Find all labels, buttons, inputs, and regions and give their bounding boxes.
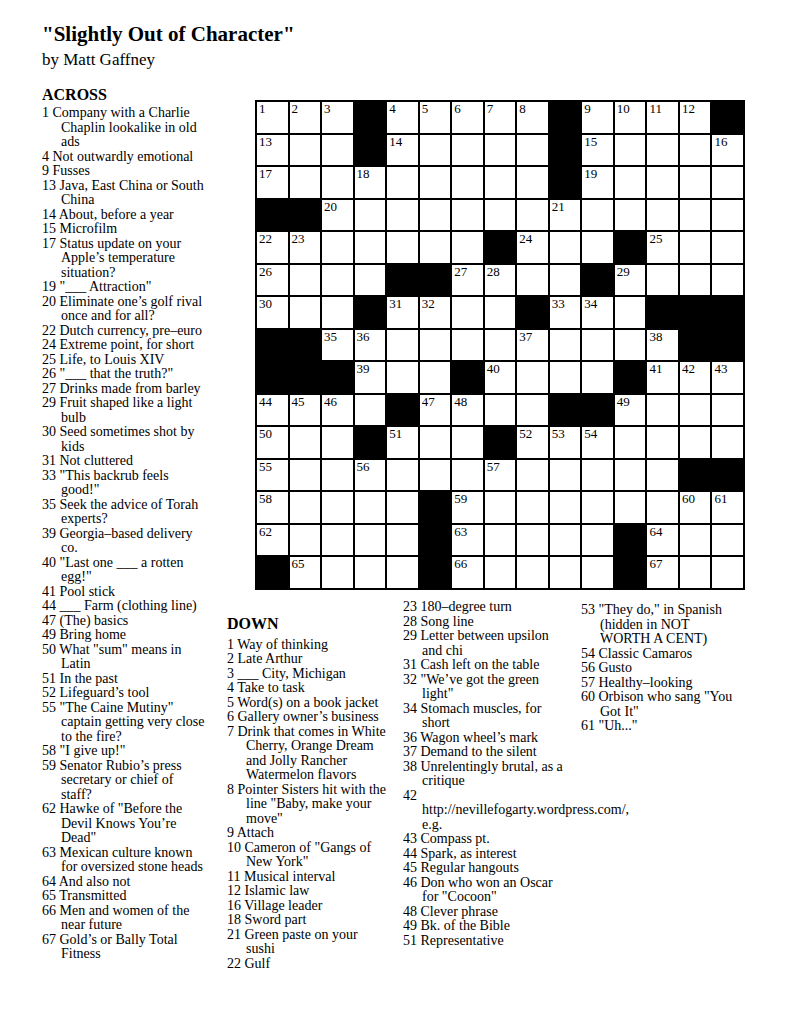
black-square-r8c14 (679, 329, 712, 362)
grid-cell-r7c3[interactable] (321, 296, 354, 329)
grid-cell-r15c9[interactable] (516, 556, 549, 589)
grid-cell-r2c15[interactable]: 16 (711, 134, 744, 167)
grid-cell-r5c4[interactable] (354, 231, 387, 264)
down-clue-col-1: 1 Way of thinking2 Late Arthur3 ___ City… (227, 638, 388, 972)
cell-number-25: 25 (649, 232, 662, 246)
grid-cell-r2c12[interactable] (614, 134, 647, 167)
grid-cell-r2c11[interactable]: 15 (581, 134, 614, 167)
grid-cell-r14c5[interactable] (386, 524, 419, 557)
across-clue-62: 62 Hawke of "Before the Devil Knows You’… (42, 802, 206, 846)
grid-cell-r8c5[interactable] (386, 329, 419, 362)
grid-cell-r3c8[interactable] (484, 166, 517, 199)
grid-cell-r5c11[interactable] (581, 231, 614, 264)
grid-cell-r15c10[interactable] (549, 556, 582, 589)
grid-cell-r3c13[interactable] (646, 166, 679, 199)
black-square-r3c10 (549, 166, 582, 199)
grid-cell-r6c3[interactable] (321, 264, 354, 297)
grid-cell-r8c9[interactable]: 37 (516, 329, 549, 362)
grid-cell-r12c2[interactable] (289, 459, 322, 492)
grid-cell-r6c7[interactable]: 27 (451, 264, 484, 297)
down-clue-45: 45 Regular hangouts (403, 861, 565, 876)
grid-cell-r13c5[interactable] (386, 491, 419, 524)
across-clue-4: 4 Not outwardly emotional (42, 150, 206, 165)
grid-cell-r15c3[interactable] (321, 556, 354, 589)
black-square-r6c11 (581, 264, 614, 297)
cell-number-35: 35 (324, 330, 337, 344)
down-clue-7: 7 Drink that comes in White Cherry, Oran… (227, 725, 388, 783)
grid-cell-r14c14[interactable] (679, 524, 712, 557)
grid-cell-r13c10[interactable] (549, 491, 582, 524)
grid-cell-r4c8[interactable] (484, 199, 517, 232)
grid-cell-r8c8[interactable] (484, 329, 517, 362)
puzzle-byline: by Matt Gaffney (42, 50, 155, 70)
black-square-r9c1 (256, 361, 289, 394)
grid-cell-r14c2[interactable] (289, 524, 322, 557)
cell-number-20: 20 (324, 200, 337, 214)
black-square-r12c14 (679, 459, 712, 492)
down-clue-11: 11 Musical interval (227, 870, 388, 885)
grid-cell-r12c13[interactable] (646, 459, 679, 492)
grid-cell-r12c9[interactable] (516, 459, 549, 492)
grid-cell-r14c3[interactable] (321, 524, 354, 557)
cell-number-24: 24 (519, 232, 532, 246)
grid-cell-r4c3[interactable]: 20 (321, 199, 354, 232)
down-clue-61: 61 "Uh..." (581, 719, 735, 734)
grid-cell-r10c3[interactable]: 46 (321, 394, 354, 427)
grid-cell-r3c9[interactable] (516, 166, 549, 199)
cell-number-64: 64 (649, 525, 662, 539)
grid-cell-r14c8[interactable] (484, 524, 517, 557)
grid-cell-r12c4[interactable]: 56 (354, 459, 387, 492)
grid-cell-r6c15[interactable] (711, 264, 744, 297)
grid-cell-r1c7[interactable]: 6 (451, 101, 484, 134)
black-square-r14c6 (419, 524, 452, 557)
grid-cell-r1c2[interactable]: 2 (289, 101, 322, 134)
grid-cell-r7c10[interactable]: 33 (549, 296, 582, 329)
black-square-r10c10 (549, 394, 582, 427)
grid-cell-r4c9[interactable] (516, 199, 549, 232)
cell-number-46: 46 (324, 395, 337, 409)
cell-number-40: 40 (487, 362, 500, 376)
grid-cell-r2c13[interactable] (646, 134, 679, 167)
grid-cell-r12c6[interactable] (419, 459, 452, 492)
cell-number-63: 63 (454, 525, 467, 539)
black-square-r7c14 (679, 296, 712, 329)
down-clue-6: 6 Gallery owner’s business (227, 710, 388, 725)
cell-number-58: 58 (259, 492, 272, 506)
grid-cell-r5c6[interactable] (419, 231, 452, 264)
grid-cell-r1c13[interactable]: 11 (646, 101, 679, 134)
cell-number-8: 8 (519, 102, 526, 116)
grid-cell-r6c8[interactable]: 28 (484, 264, 517, 297)
grid-cell-r3c6[interactable] (419, 166, 452, 199)
grid-cell-r2c5[interactable]: 14 (386, 134, 419, 167)
grid-cell-r2c14[interactable] (679, 134, 712, 167)
grid-cell-r10c14[interactable] (679, 394, 712, 427)
grid-cell-r2c9[interactable] (516, 134, 549, 167)
crossword-grid: 1234567891011121314151617181920212223242… (255, 100, 745, 590)
black-square-r11c4 (354, 426, 387, 459)
across-clue-20: 20 Eliminate one’s golf rival once and f… (42, 295, 206, 324)
cell-number-27: 27 (454, 265, 467, 279)
grid-cell-r1c11[interactable]: 9 (581, 101, 614, 134)
grid-cell-r2c7[interactable] (451, 134, 484, 167)
grid-cell-r15c2[interactable]: 65 (289, 556, 322, 589)
grid-cell-r8c4[interactable]: 36 (354, 329, 387, 362)
cell-number-57: 57 (487, 460, 500, 474)
grid-cell-r7c7[interactable] (451, 296, 484, 329)
cell-number-3: 3 (324, 102, 331, 116)
down-clue-22: 22 Gulf (227, 957, 388, 972)
cell-number-6: 6 (454, 102, 461, 116)
cell-number-18: 18 (357, 167, 370, 181)
grid-cell-r10c4[interactable] (354, 394, 387, 427)
grid-cell-r9c4[interactable]: 39 (354, 361, 387, 394)
grid-cell-r11c5[interactable]: 51 (386, 426, 419, 459)
grid-cell-r4c13[interactable] (646, 199, 679, 232)
grid-cell-r5c9[interactable]: 24 (516, 231, 549, 264)
grid-cell-r3c7[interactable] (451, 166, 484, 199)
across-clue-30: 30 Seed sometimes shot by kids (42, 425, 206, 454)
grid-cell-r2c6[interactable] (419, 134, 452, 167)
grid-cell-r8c11[interactable] (581, 329, 614, 362)
grid-cell-r1c8[interactable]: 7 (484, 101, 517, 134)
grid-cell-r12c3[interactable] (321, 459, 354, 492)
cell-number-9: 9 (584, 102, 591, 116)
black-square-r15c12 (614, 556, 647, 589)
down-clue-28: 28 Song line (403, 615, 565, 630)
grid-cell-r5c1[interactable]: 22 (256, 231, 289, 264)
grid-cell-r4c7[interactable] (451, 199, 484, 232)
cell-number-66: 66 (454, 557, 467, 571)
black-square-r8c1 (256, 329, 289, 362)
grid-cell-r11c1[interactable]: 50 (256, 426, 289, 459)
grid-cell-r10c12[interactable]: 49 (614, 394, 647, 427)
grid-cell-r5c13[interactable]: 25 (646, 231, 679, 264)
cell-number-7: 7 (487, 102, 494, 116)
cell-number-36: 36 (357, 330, 370, 344)
black-square-r1c15 (711, 101, 744, 134)
black-square-r7c13 (646, 296, 679, 329)
grid-cell-r5c14[interactable] (679, 231, 712, 264)
grid-cell-r6c12[interactable]: 29 (614, 264, 647, 297)
black-square-r4c2 (289, 199, 322, 232)
down-clue-2: 2 Late Arthur (227, 652, 388, 667)
grid-cell-r13c3[interactable] (321, 491, 354, 524)
grid-cell-r1c3[interactable]: 3 (321, 101, 354, 134)
grid-cell-r11c9[interactable]: 52 (516, 426, 549, 459)
cell-number-2: 2 (292, 102, 299, 116)
grid-cell-r9c8[interactable]: 40 (484, 361, 517, 394)
grid-cell-r7c5[interactable]: 31 (386, 296, 419, 329)
grid-cell-r1c1[interactable]: 1 (256, 101, 289, 134)
down-clue-49: 49 Bk. of the Bible (403, 919, 565, 934)
cell-number-50: 50 (259, 427, 272, 441)
grid-cell-r14c13[interactable]: 64 (646, 524, 679, 557)
black-square-r8c15 (711, 329, 744, 362)
black-square-r2c4 (354, 134, 387, 167)
grid-cell-r7c1[interactable]: 30 (256, 296, 289, 329)
black-square-r12c15 (711, 459, 744, 492)
cell-number-62: 62 (259, 525, 272, 539)
grid-cell-r1c5[interactable]: 4 (386, 101, 419, 134)
grid-cell-r14c9[interactable] (516, 524, 549, 557)
across-clue-list: 1 Company with a Charlie Chaplin lookali… (42, 106, 206, 962)
down-clue-9: 9 Attach (227, 826, 388, 841)
black-square-r6c5 (386, 264, 419, 297)
grid-cell-r3c5[interactable] (386, 166, 419, 199)
grid-cell-r11c6[interactable] (419, 426, 452, 459)
across-clue-1: 1 Company with a Charlie Chaplin lookali… (42, 106, 206, 150)
grid-cell-r5c2[interactable]: 23 (289, 231, 322, 264)
down-clue-col-3: 53 "They do," in Spanish (hidden in NOT … (581, 603, 735, 734)
down-clue-col-2: 23 180–degree turn28 Song line29 Letter … (403, 600, 565, 948)
cell-number-31: 31 (389, 297, 402, 311)
grid-cell-r3c4[interactable]: 18 (354, 166, 387, 199)
cell-number-34: 34 (584, 297, 597, 311)
down-clue-18: 18 Sword part (227, 913, 388, 928)
grid-cell-r8c12[interactable] (614, 329, 647, 362)
grid-cell-r3c2[interactable] (289, 166, 322, 199)
grid-cell-r13c7[interactable]: 59 (451, 491, 484, 524)
grid-cell-r7c8[interactable] (484, 296, 517, 329)
grid-cell-r7c6[interactable]: 32 (419, 296, 452, 329)
black-square-r9c3 (321, 361, 354, 394)
grid-cell-r14c1[interactable]: 62 (256, 524, 289, 557)
grid-cell-r7c2[interactable] (289, 296, 322, 329)
across-clue-13: 13 Java, East China or South China (42, 179, 206, 208)
cell-number-17: 17 (259, 167, 272, 181)
grid-cell-r4c10[interactable]: 21 (549, 199, 582, 232)
grid-cell-r10c7[interactable]: 48 (451, 394, 484, 427)
cell-number-33: 33 (552, 297, 565, 311)
grid-cell-r4c5[interactable] (386, 199, 419, 232)
grid-cell-r2c2[interactable] (289, 134, 322, 167)
grid-cell-r2c1[interactable]: 13 (256, 134, 289, 167)
grid-cell-r11c10[interactable]: 53 (549, 426, 582, 459)
grid-cell-r11c13[interactable] (646, 426, 679, 459)
grid-cell-r5c3[interactable] (321, 231, 354, 264)
grid-cell-r12c8[interactable]: 57 (484, 459, 517, 492)
across-clue-39: 39 Georgia–based delivery co. (42, 527, 206, 556)
across-clue-9: 9 Fusses (42, 164, 206, 179)
grid-cell-r5c10[interactable] (549, 231, 582, 264)
grid-cell-r11c15[interactable] (711, 426, 744, 459)
cell-number-42: 42 (682, 362, 695, 376)
grid-cell-r10c8[interactable] (484, 394, 517, 427)
grid-cell-r5c7[interactable] (451, 231, 484, 264)
down-header: DOWN (227, 617, 388, 632)
grid-cell-r6c2[interactable] (289, 264, 322, 297)
grid-cell-r7c11[interactable]: 34 (581, 296, 614, 329)
grid-cell-r10c13[interactable] (646, 394, 679, 427)
cell-number-61: 61 (714, 492, 727, 506)
grid-cell-r1c14[interactable]: 12 (679, 101, 712, 134)
grid-cell-r9c11[interactable] (581, 361, 614, 394)
grid-cell-r15c14[interactable] (679, 556, 712, 589)
black-square-r1c10 (549, 101, 582, 134)
black-square-r5c8 (484, 231, 517, 264)
grid-cell-r6c13[interactable] (646, 264, 679, 297)
grid-cell-r1c6[interactable]: 5 (419, 101, 452, 134)
across-clue-31: 31 Not cluttered (42, 454, 206, 469)
grid-cell-r11c2[interactable] (289, 426, 322, 459)
across-clue-49: 49 Bring home (42, 628, 206, 643)
grid-cell-r12c7[interactable] (451, 459, 484, 492)
grid-cell-r13c14[interactable]: 60 (679, 491, 712, 524)
grid-cell-r3c1[interactable]: 17 (256, 166, 289, 199)
grid-cell-r12c11[interactable] (581, 459, 614, 492)
across-clue-58: 58 "I give up!" (42, 744, 206, 759)
grid-cell-r14c4[interactable] (354, 524, 387, 557)
grid-cell-r5c5[interactable] (386, 231, 419, 264)
grid-cell-r11c14[interactable] (679, 426, 712, 459)
across-clue-15: 15 Microfilm (42, 222, 206, 237)
grid-cell-r8c3[interactable]: 35 (321, 329, 354, 362)
grid-cell-r10c1[interactable]: 44 (256, 394, 289, 427)
down-clue-4: 4 Take to task (227, 681, 388, 696)
grid-cell-r12c5[interactable] (386, 459, 419, 492)
grid-cell-r3c15[interactable] (711, 166, 744, 199)
grid-cell-r13c8[interactable] (484, 491, 517, 524)
grid-cell-r12c12[interactable] (614, 459, 647, 492)
cell-number-10: 10 (617, 102, 630, 116)
grid-cell-r10c9[interactable] (516, 394, 549, 427)
grid-cell-r6c4[interactable] (354, 264, 387, 297)
grid-cell-r12c10[interactable] (549, 459, 582, 492)
down-clue-34: 34 Stomach muscles, for short (403, 702, 565, 731)
cell-number-65: 65 (292, 557, 305, 571)
grid-cell-r13c2[interactable] (289, 491, 322, 524)
black-square-r2c10 (549, 134, 582, 167)
grid-cell-r3c14[interactable] (679, 166, 712, 199)
down-clue-1: 1 Way of thinking (227, 638, 388, 653)
down-clue-53: 53 "They do," in Spanish (hidden in NOT … (581, 603, 735, 647)
grid-cell-r9c15[interactable]: 43 (711, 361, 744, 394)
cell-number-22: 22 (259, 232, 272, 246)
grid-cell-r15c4[interactable] (354, 556, 387, 589)
grid-cell-r13c13[interactable] (646, 491, 679, 524)
grid-cell-r5c15[interactable] (711, 231, 744, 264)
grid-cell-r9c9[interactable] (516, 361, 549, 394)
grid-cell-r4c6[interactable] (419, 199, 452, 232)
black-square-r15c6 (419, 556, 452, 589)
grid-cell-r15c7[interactable]: 66 (451, 556, 484, 589)
cell-number-60: 60 (682, 492, 695, 506)
down-clue-37: 37 Demand to the silent (403, 745, 565, 760)
cell-number-45: 45 (292, 395, 305, 409)
grid-cell-r12c1[interactable]: 55 (256, 459, 289, 492)
grid-cell-r14c7[interactable]: 63 (451, 524, 484, 557)
across-clue-44: 44 ___ Farm (clothing line) (42, 599, 206, 614)
grid-cell-r1c12[interactable]: 10 (614, 101, 647, 134)
grid-cell-r14c10[interactable] (549, 524, 582, 557)
grid-cell-r8c13[interactable]: 38 (646, 329, 679, 362)
grid-cell-r4c14[interactable] (679, 199, 712, 232)
grid-cell-r15c15[interactable] (711, 556, 744, 589)
grid-cell-r11c7[interactable] (451, 426, 484, 459)
grid-cell-r11c11[interactable]: 54 (581, 426, 614, 459)
cell-number-54: 54 (584, 427, 597, 441)
grid-cell-r9c10[interactable] (549, 361, 582, 394)
down-clue-60: 60 Orbison who sang "You Got It" (581, 690, 735, 719)
cell-number-14: 14 (389, 135, 402, 149)
cell-number-32: 32 (422, 297, 435, 311)
grid-cell-r10c15[interactable] (711, 394, 744, 427)
grid-cell-r11c3[interactable] (321, 426, 354, 459)
grid-cell-r13c9[interactable] (516, 491, 549, 524)
grid-cell-r15c8[interactable] (484, 556, 517, 589)
grid-cell-r4c12[interactable] (614, 199, 647, 232)
grid-cell-r10c6[interactable]: 47 (419, 394, 452, 427)
black-square-r6c6 (419, 264, 452, 297)
down-clue-38: 38 Unrelentingly brutal, as a critique (403, 760, 565, 789)
grid-cell-r3c12[interactable] (614, 166, 647, 199)
grid-cell-r9c6[interactable] (419, 361, 452, 394)
grid-cell-r4c15[interactable] (711, 199, 744, 232)
across-clue-50: 50 What "sum" means in Latin (42, 643, 206, 672)
across-clue-65: 65 Transmitted (42, 889, 206, 904)
grid-cell-r13c12[interactable] (614, 491, 647, 524)
grid-cell-r6c1[interactable]: 26 (256, 264, 289, 297)
grid-cell-r13c15[interactable]: 61 (711, 491, 744, 524)
grid-cell-r9c13[interactable]: 41 (646, 361, 679, 394)
down-clue-56: 56 Gusto (581, 661, 735, 676)
grid-cell-r14c11[interactable] (581, 524, 614, 557)
grid-cell-r7c12[interactable] (614, 296, 647, 329)
grid-cell-r13c4[interactable] (354, 491, 387, 524)
grid-cell-r15c13[interactable]: 67 (646, 556, 679, 589)
grid-cell-r2c8[interactable] (484, 134, 517, 167)
down-clue-43: 43 Compass pt. (403, 832, 565, 847)
grid-cell-r8c7[interactable] (451, 329, 484, 362)
down-clue-48: 48 Clever phrase (403, 905, 565, 920)
grid-cell-r15c5[interactable] (386, 556, 419, 589)
grid-cell-r4c4[interactable] (354, 199, 387, 232)
down-clue-32: 32 "We’ve got the green light" (403, 673, 565, 702)
across-clue-51: 51 In the past (42, 672, 206, 687)
grid-cell-r6c14[interactable] (679, 264, 712, 297)
grid-cell-r2c3[interactable] (321, 134, 354, 167)
grid-cell-r13c1[interactable]: 58 (256, 491, 289, 524)
grid-cell-r3c11[interactable]: 19 (581, 166, 614, 199)
down-clue-36: 36 Wagon wheel’s mark (403, 731, 565, 746)
grid-cell-r6c10[interactable] (549, 264, 582, 297)
across-clue-52: 52 Lifeguard’s tool (42, 686, 206, 701)
cell-number-51: 51 (389, 427, 402, 441)
cell-number-44: 44 (259, 395, 272, 409)
down-clue-54: 54 Classic Camaros (581, 647, 735, 662)
black-square-r8c2 (289, 329, 322, 362)
grid-cell-r15c11[interactable] (581, 556, 614, 589)
grid-cell-r8c10[interactable] (549, 329, 582, 362)
across-clue-27: 27 Drinks made from barley (42, 382, 206, 397)
grid-cell-r14c15[interactable] (711, 524, 744, 557)
across-clue-17: 17 Status update on your Apple’s tempera… (42, 237, 206, 281)
grid-cell-r3c3[interactable] (321, 166, 354, 199)
grid-cell-r1c9[interactable]: 8 (516, 101, 549, 134)
grid-cell-r11c12[interactable] (614, 426, 647, 459)
grid-cell-r4c11[interactable] (581, 199, 614, 232)
cell-number-5: 5 (422, 102, 429, 116)
grid-cell-r8c6[interactable] (419, 329, 452, 362)
grid-cell-r10c2[interactable]: 45 (289, 394, 322, 427)
cell-number-55: 55 (259, 460, 272, 474)
grid-cell-r13c11[interactable] (581, 491, 614, 524)
grid-cell-r9c14[interactable]: 42 (679, 361, 712, 394)
grid-cell-r9c5[interactable] (386, 361, 419, 394)
grid-cell-r6c9[interactable] (516, 264, 549, 297)
